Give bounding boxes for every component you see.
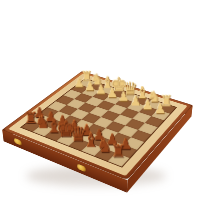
- black-rook-glyph: ♜: [101, 143, 135, 160]
- chess-board: ♜♞♝♚♛♝♞♜♟♟♟♟♟♟♟♟♟♟♟♟♟♟♟♟♜♞♝♚♛♝♞♜: [2, 71, 192, 180]
- brass-latch-icon: [14, 138, 22, 146]
- product-photo: ♜♞♝♚♛♝♞♜♟♟♟♟♟♟♟♟♟♟♟♟♟♟♟♟♜♞♝♚♛♝♞♜: [0, 0, 200, 200]
- brass-clasp-icon: [77, 164, 86, 173]
- chess-board-scene: ♜♞♝♚♛♝♞♜♟♟♟♟♟♟♟♟♟♟♟♟♟♟♟♟♜♞♝♚♛♝♞♜: [0, 0, 200, 200]
